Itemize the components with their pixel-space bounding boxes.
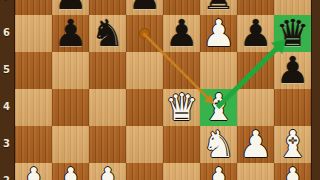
rank-label-7: 7 [0, 0, 13, 4]
square-b6[interactable]: ♟ [52, 15, 89, 52]
square-d3[interactable] [126, 126, 163, 163]
square-a5[interactable] [15, 52, 52, 89]
square-g3[interactable]: ♟ [237, 126, 274, 163]
square-a2[interactable]: ♟ [15, 163, 52, 180]
square-f4[interactable]: ♝ [200, 89, 237, 126]
white-bishop[interactable]: ♝ [274, 126, 311, 163]
square-h3[interactable]: ♝ [274, 126, 311, 163]
move-dot-d6 [139, 28, 150, 39]
rank-label-2: 2 [0, 174, 13, 180]
square-e4[interactable]: ♛ [163, 89, 200, 126]
white-pawn[interactable]: ♟ [274, 163, 311, 180]
square-b2[interactable]: ♟ [52, 163, 89, 180]
square-d6[interactable] [126, 15, 163, 52]
white-pawn[interactable]: ♟ [200, 163, 237, 180]
square-c2[interactable]: ♟ [89, 163, 126, 180]
square-a3[interactable] [15, 126, 52, 163]
square-d4[interactable] [126, 89, 163, 126]
white-knight[interactable]: ♞ [200, 126, 237, 163]
square-f2[interactable]: ♟ [200, 163, 237, 180]
square-e3[interactable] [163, 126, 200, 163]
square-a4[interactable] [15, 89, 52, 126]
square-c4[interactable] [89, 89, 126, 126]
white-bishop[interactable]: ♝ [200, 89, 237, 126]
square-b3[interactable] [52, 126, 89, 163]
white-pawn[interactable]: ♟ [89, 163, 126, 180]
rank-label-6: 6 [0, 26, 13, 40]
black-pawn[interactable]: ♟ [274, 52, 311, 89]
square-g6[interactable]: ♟ [237, 15, 274, 52]
square-e2[interactable] [163, 163, 200, 180]
white-pawn[interactable]: ♟ [52, 163, 89, 180]
square-g2[interactable] [237, 163, 274, 180]
chess-app-frame: 7 6 5 4 3 2 ♟♟♜♟♞♟♟♟♛♟♛♝♞♟♝♟♟♟♟♟ [0, 0, 320, 180]
square-e6[interactable]: ♟ [163, 15, 200, 52]
square-b4[interactable] [52, 89, 89, 126]
square-d5[interactable] [126, 52, 163, 89]
square-a6[interactable] [15, 15, 52, 52]
white-pawn[interactable]: ♟ [15, 163, 52, 180]
black-pawn[interactable]: ♟ [237, 15, 274, 52]
square-h5[interactable]: ♟ [274, 52, 311, 89]
black-pawn[interactable]: ♟ [52, 15, 89, 52]
square-c3[interactable] [89, 126, 126, 163]
rank-label-4: 4 [0, 100, 13, 114]
rank-label-5: 5 [0, 63, 13, 77]
square-f6[interactable]: ♟ [200, 15, 237, 52]
white-queen[interactable]: ♛ [163, 89, 200, 126]
square-c5[interactable] [89, 52, 126, 89]
rank-label-3: 3 [0, 137, 13, 151]
black-queen[interactable]: ♛ [274, 15, 311, 52]
square-g4[interactable] [237, 89, 274, 126]
square-c6[interactable]: ♞ [89, 15, 126, 52]
square-h4[interactable] [274, 89, 311, 126]
square-a7[interactable] [15, 0, 52, 15]
square-f5[interactable] [200, 52, 237, 89]
white-pawn[interactable]: ♟ [200, 15, 237, 52]
square-g5[interactable] [237, 52, 274, 89]
square-h6[interactable]: ♛ [274, 15, 311, 52]
square-b5[interactable] [52, 52, 89, 89]
square-f3[interactable]: ♞ [200, 126, 237, 163]
chess-board[interactable]: ♟♟♜♟♞♟♟♟♛♟♛♝♞♟♝♟♟♟♟♟ [14, 0, 312, 180]
white-pawn[interactable]: ♟ [237, 126, 274, 163]
black-pawn[interactable]: ♟ [163, 15, 200, 52]
black-pawn[interactable]: ♟ [126, 0, 163, 15]
square-h2[interactable]: ♟ [274, 163, 311, 180]
square-e5[interactable] [163, 52, 200, 89]
square-d7[interactable]: ♟ [126, 0, 163, 15]
square-d2[interactable] [126, 163, 163, 180]
black-knight[interactable]: ♞ [89, 15, 126, 52]
